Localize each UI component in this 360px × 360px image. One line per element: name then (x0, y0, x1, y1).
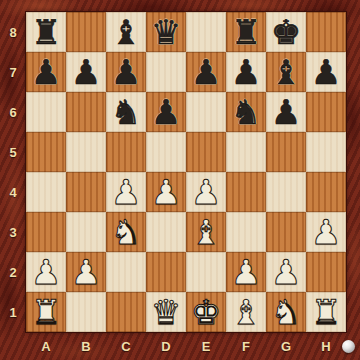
square-h6[interactable] (306, 92, 346, 132)
square-g5[interactable] (266, 132, 306, 172)
rank-label-1: 1 (0, 292, 26, 332)
file-label-c: C (106, 332, 146, 360)
square-d7[interactable] (146, 52, 186, 92)
square-g4[interactable] (266, 172, 306, 212)
white-knight[interactable]: ♞ (111, 212, 141, 252)
square-a4[interactable] (26, 172, 66, 212)
square-c1[interactable] (106, 292, 146, 332)
side-to-move-indicator (342, 340, 355, 353)
file-labels: ABCDEFGH (26, 332, 346, 360)
square-b8[interactable] (66, 12, 106, 52)
board-frame: 87654321 ♜♝♛♜♚♟♟♟♟♟♝♟♞♟♞♟♟♟♟♞♝♟♟♟♟♟♜♛♚♝♞… (0, 0, 360, 360)
black-pawn[interactable]: ♟ (271, 92, 301, 132)
white-bishop[interactable]: ♝ (191, 212, 221, 252)
square-g8[interactable]: ♚ (266, 12, 306, 52)
square-e5[interactable] (186, 132, 226, 172)
square-c2[interactable] (106, 252, 146, 292)
black-pawn[interactable]: ♟ (111, 52, 141, 92)
rank-label-4: 4 (0, 172, 26, 212)
square-e6[interactable] (186, 92, 226, 132)
square-g7[interactable]: ♝ (266, 52, 306, 92)
square-c8[interactable]: ♝ (106, 12, 146, 52)
file-label-f: F (226, 332, 266, 360)
square-d6[interactable]: ♟ (146, 92, 186, 132)
square-a6[interactable] (26, 92, 66, 132)
square-f7[interactable]: ♟ (226, 52, 266, 92)
white-rook[interactable]: ♜ (31, 292, 61, 332)
square-d5[interactable] (146, 132, 186, 172)
square-c6[interactable]: ♞ (106, 92, 146, 132)
black-queen[interactable]: ♛ (151, 12, 181, 52)
white-rook[interactable]: ♜ (311, 292, 341, 332)
black-king[interactable]: ♚ (271, 12, 301, 52)
white-bishop[interactable]: ♝ (231, 292, 261, 332)
square-h2[interactable] (306, 252, 346, 292)
file-label-b: B (66, 332, 106, 360)
black-pawn[interactable]: ♟ (311, 52, 341, 92)
file-label-g: G (266, 332, 306, 360)
square-h1[interactable]: ♜ (306, 292, 346, 332)
white-knight[interactable]: ♞ (271, 292, 301, 332)
square-g2[interactable]: ♟ (266, 252, 306, 292)
square-h3[interactable]: ♟ (306, 212, 346, 252)
square-g3[interactable] (266, 212, 306, 252)
white-pawn[interactable]: ♟ (111, 172, 141, 212)
square-f6[interactable]: ♞ (226, 92, 266, 132)
white-pawn[interactable]: ♟ (191, 172, 221, 212)
square-f1[interactable]: ♝ (226, 292, 266, 332)
white-pawn[interactable]: ♟ (31, 252, 61, 292)
square-e8[interactable] (186, 12, 226, 52)
square-e2[interactable] (186, 252, 226, 292)
square-b5[interactable] (66, 132, 106, 172)
square-d2[interactable] (146, 252, 186, 292)
square-a5[interactable] (26, 132, 66, 172)
square-c3[interactable]: ♞ (106, 212, 146, 252)
square-e3[interactable]: ♝ (186, 212, 226, 252)
square-d4[interactable]: ♟ (146, 172, 186, 212)
black-knight[interactable]: ♞ (231, 92, 261, 132)
square-e4[interactable]: ♟ (186, 172, 226, 212)
black-pawn[interactable]: ♟ (191, 52, 221, 92)
square-c5[interactable] (106, 132, 146, 172)
rank-label-3: 3 (0, 212, 26, 252)
square-e1[interactable]: ♚ (186, 292, 226, 332)
white-king[interactable]: ♚ (191, 292, 221, 332)
chess-board[interactable]: ♜♝♛♜♚♟♟♟♟♟♝♟♞♟♞♟♟♟♟♞♝♟♟♟♟♟♜♛♚♝♞♜ (26, 12, 346, 332)
rank-label-6: 6 (0, 92, 26, 132)
square-b3[interactable] (66, 212, 106, 252)
square-c4[interactable]: ♟ (106, 172, 146, 212)
white-pawn[interactable]: ♟ (151, 172, 181, 212)
square-f4[interactable] (226, 172, 266, 212)
square-b6[interactable] (66, 92, 106, 132)
square-b2[interactable]: ♟ (66, 252, 106, 292)
rank-label-5: 5 (0, 132, 26, 172)
black-bishop[interactable]: ♝ (271, 52, 301, 92)
black-knight[interactable]: ♞ (111, 92, 141, 132)
rank-label-7: 7 (0, 52, 26, 92)
square-f8[interactable]: ♜ (226, 12, 266, 52)
square-a1[interactable]: ♜ (26, 292, 66, 332)
white-pawn[interactable]: ♟ (71, 252, 101, 292)
square-b7[interactable]: ♟ (66, 52, 106, 92)
black-bishop[interactable]: ♝ (111, 12, 141, 52)
square-d1[interactable]: ♛ (146, 292, 186, 332)
square-h7[interactable]: ♟ (306, 52, 346, 92)
square-g6[interactable]: ♟ (266, 92, 306, 132)
square-h4[interactable] (306, 172, 346, 212)
square-a2[interactable]: ♟ (26, 252, 66, 292)
black-pawn[interactable]: ♟ (31, 52, 61, 92)
square-f5[interactable] (226, 132, 266, 172)
black-rook[interactable]: ♜ (31, 12, 61, 52)
rank-label-2: 2 (0, 252, 26, 292)
square-h5[interactable] (306, 132, 346, 172)
square-c7[interactable]: ♟ (106, 52, 146, 92)
white-pawn[interactable]: ♟ (231, 252, 261, 292)
square-g1[interactable]: ♞ (266, 292, 306, 332)
white-pawn[interactable]: ♟ (271, 252, 301, 292)
square-f3[interactable] (226, 212, 266, 252)
square-d8[interactable]: ♛ (146, 12, 186, 52)
square-b1[interactable] (66, 292, 106, 332)
black-pawn[interactable]: ♟ (151, 92, 181, 132)
square-a7[interactable]: ♟ (26, 52, 66, 92)
file-label-d: D (146, 332, 186, 360)
black-rook[interactable]: ♜ (231, 12, 261, 52)
square-e7[interactable]: ♟ (186, 52, 226, 92)
white-pawn[interactable]: ♟ (311, 212, 341, 252)
square-b4[interactable] (66, 172, 106, 212)
rank-labels: 87654321 (0, 12, 26, 332)
white-queen[interactable]: ♛ (151, 292, 181, 332)
square-d3[interactable] (146, 212, 186, 252)
square-a8[interactable]: ♜ (26, 12, 66, 52)
black-pawn[interactable]: ♟ (231, 52, 261, 92)
file-label-a: A (26, 332, 66, 360)
file-label-h: H (306, 332, 346, 360)
black-pawn[interactable]: ♟ (71, 52, 101, 92)
square-f2[interactable]: ♟ (226, 252, 266, 292)
rank-label-8: 8 (0, 12, 26, 52)
square-h8[interactable] (306, 12, 346, 52)
file-label-e: E (186, 332, 226, 360)
square-a3[interactable] (26, 212, 66, 252)
